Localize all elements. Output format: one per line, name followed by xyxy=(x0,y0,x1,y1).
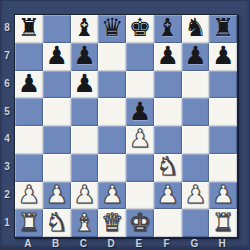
chess-board[interactable]: ♜♝♛♚♝♞♜♟♟♟♟♟♟♟♟♟♞♟♟♟♟♟♟♟♜♞♝♛♚♜ xyxy=(14,14,238,238)
piece-white-pawn: ♟ xyxy=(73,182,95,207)
piece-black-pawn: ♟ xyxy=(73,71,95,96)
rank-label-6: 6 xyxy=(0,70,14,98)
square-f3[interactable]: ♞ xyxy=(154,154,182,182)
square-d2[interactable]: ♟ xyxy=(98,182,126,210)
rank-label-1: 1 xyxy=(0,208,14,236)
square-f2[interactable]: ♟ xyxy=(154,182,182,210)
piece-white-knight: ♞ xyxy=(156,154,178,179)
square-h4[interactable] xyxy=(209,126,237,154)
square-c5[interactable] xyxy=(71,98,99,126)
square-b5[interactable] xyxy=(43,98,71,126)
square-e3[interactable] xyxy=(126,154,154,182)
piece-white-king: ♚ xyxy=(129,210,151,235)
square-c8[interactable]: ♝ xyxy=(71,15,99,43)
square-d8[interactable]: ♛ xyxy=(98,15,126,43)
square-e5[interactable]: ♟ xyxy=(126,98,154,126)
square-f8[interactable]: ♝ xyxy=(154,15,182,43)
square-g1[interactable] xyxy=(182,209,210,237)
square-g2[interactable]: ♟ xyxy=(182,182,210,210)
square-a4[interactable] xyxy=(15,126,43,154)
square-b7[interactable]: ♟ xyxy=(43,43,71,71)
square-h5[interactable] xyxy=(209,98,237,126)
square-b3[interactable] xyxy=(43,154,71,182)
square-a6[interactable]: ♟ xyxy=(15,71,43,99)
square-c1[interactable]: ♝ xyxy=(71,209,99,237)
piece-black-rook: ♜ xyxy=(18,15,40,40)
square-e7[interactable] xyxy=(126,43,154,71)
square-h2[interactable]: ♟ xyxy=(209,182,237,210)
square-d6[interactable] xyxy=(98,71,126,99)
square-b2[interactable]: ♟ xyxy=(43,182,71,210)
square-c6[interactable]: ♟ xyxy=(71,71,99,99)
piece-white-pawn: ♟ xyxy=(212,182,234,207)
piece-black-pawn: ♟ xyxy=(129,99,151,124)
piece-black-knight: ♞ xyxy=(184,15,206,40)
square-d5[interactable] xyxy=(98,98,126,126)
square-e1[interactable]: ♚ xyxy=(126,209,154,237)
square-e6[interactable] xyxy=(126,71,154,99)
square-b8[interactable] xyxy=(43,15,71,43)
square-a7[interactable] xyxy=(15,43,43,71)
square-h7[interactable]: ♟ xyxy=(209,43,237,71)
square-f1[interactable] xyxy=(154,209,182,237)
piece-white-pawn: ♟ xyxy=(18,182,40,207)
file-label-h: H xyxy=(208,236,236,250)
square-a8[interactable]: ♜ xyxy=(15,15,43,43)
file-label-g: G xyxy=(181,236,209,250)
square-c3[interactable] xyxy=(71,154,99,182)
file-label-c: C xyxy=(70,236,98,250)
square-f6[interactable] xyxy=(154,71,182,99)
square-a5[interactable] xyxy=(15,98,43,126)
piece-black-king: ♚ xyxy=(129,15,151,40)
square-h8[interactable]: ♜ xyxy=(209,15,237,43)
piece-black-pawn: ♟ xyxy=(184,43,206,68)
file-labels: ABCDEFGH xyxy=(14,236,236,250)
piece-black-pawn: ♟ xyxy=(18,71,40,96)
piece-black-pawn: ♟ xyxy=(73,43,95,68)
square-c2[interactable]: ♟ xyxy=(71,182,99,210)
square-c4[interactable] xyxy=(71,126,99,154)
square-h1[interactable]: ♜ xyxy=(209,209,237,237)
square-g6[interactable] xyxy=(182,71,210,99)
square-c7[interactable]: ♟ xyxy=(71,43,99,71)
piece-white-rook: ♜ xyxy=(18,210,40,235)
piece-white-pawn: ♟ xyxy=(129,126,151,151)
piece-black-rook: ♜ xyxy=(212,15,234,40)
square-g7[interactable]: ♟ xyxy=(182,43,210,71)
square-g3[interactable] xyxy=(182,154,210,182)
square-b1[interactable]: ♞ xyxy=(43,209,71,237)
piece-white-knight: ♞ xyxy=(45,210,67,235)
square-d4[interactable] xyxy=(98,126,126,154)
rank-labels: 87654321 xyxy=(0,14,14,236)
square-h6[interactable] xyxy=(209,71,237,99)
piece-black-pawn: ♟ xyxy=(45,43,67,68)
piece-white-pawn: ♟ xyxy=(184,182,206,207)
square-f7[interactable]: ♟ xyxy=(154,43,182,71)
square-a3[interactable] xyxy=(15,154,43,182)
square-g4[interactable] xyxy=(182,126,210,154)
rank-label-2: 2 xyxy=(0,181,14,209)
file-label-d: D xyxy=(97,236,125,250)
file-label-b: B xyxy=(42,236,70,250)
piece-white-pawn: ♟ xyxy=(156,182,178,207)
file-label-a: A xyxy=(14,236,42,250)
square-b6[interactable] xyxy=(43,71,71,99)
piece-black-queen: ♛ xyxy=(101,15,123,40)
rank-label-4: 4 xyxy=(0,125,14,153)
square-f4[interactable] xyxy=(154,126,182,154)
square-e4[interactable]: ♟ xyxy=(126,126,154,154)
file-label-e: E xyxy=(125,236,153,250)
square-e8[interactable]: ♚ xyxy=(126,15,154,43)
square-g8[interactable]: ♞ xyxy=(182,15,210,43)
piece-black-bishop: ♝ xyxy=(156,15,178,40)
square-d7[interactable] xyxy=(98,43,126,71)
square-a1[interactable]: ♜ xyxy=(15,209,43,237)
rank-label-8: 8 xyxy=(0,14,14,42)
piece-white-rook: ♜ xyxy=(212,210,234,235)
piece-white-pawn: ♟ xyxy=(45,182,67,207)
piece-white-bishop: ♝ xyxy=(73,210,95,235)
piece-black-pawn: ♟ xyxy=(212,43,234,68)
rank-label-7: 7 xyxy=(0,42,14,70)
rank-label-3: 3 xyxy=(0,153,14,181)
piece-black-pawn: ♟ xyxy=(156,43,178,68)
piece-black-bishop: ♝ xyxy=(73,15,95,40)
square-h3[interactable] xyxy=(209,154,237,182)
square-g5[interactable] xyxy=(182,98,210,126)
piece-white-queen: ♛ xyxy=(101,210,123,235)
square-b4[interactable] xyxy=(43,126,71,154)
square-a2[interactable]: ♟ xyxy=(15,182,43,210)
rank-label-5: 5 xyxy=(0,97,14,125)
square-d1[interactable]: ♛ xyxy=(98,209,126,237)
chess-diagram: 87654321 ♜♝♛♚♝♞♜♟♟♟♟♟♟♟♟♟♞♟♟♟♟♟♟♟♜♞♝♛♚♜ … xyxy=(0,0,250,250)
square-e2[interactable] xyxy=(126,182,154,210)
file-label-f: F xyxy=(153,236,181,250)
square-f5[interactable] xyxy=(154,98,182,126)
square-d3[interactable] xyxy=(98,154,126,182)
piece-white-pawn: ♟ xyxy=(101,182,123,207)
